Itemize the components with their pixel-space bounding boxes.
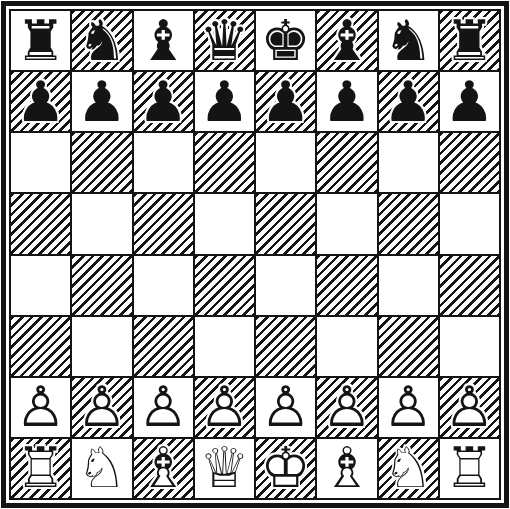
board-outer-frame: ♜♞♝♛♚♝♞♜♟♟♟♟♟♟♟♟♟♙♟♙♟♙♟♙♟♙♟♙♟♙♟♙♜♖♞♘♝♗♛♕… (1, 1, 509, 508)
square-a3[interactable] (11, 317, 70, 376)
square-b2[interactable]: ♟♙ (72, 378, 131, 437)
square-f8[interactable]: ♝ (317, 11, 376, 70)
piece-black-bishop[interactable]: ♝ (322, 13, 372, 69)
piece-solid-layer: ♟ (138, 74, 188, 130)
piece-black-knight[interactable]: ♞ (383, 13, 433, 69)
piece-solid-layer: ♟ (322, 74, 372, 130)
square-e2[interactable]: ♟♙ (256, 378, 315, 437)
piece-white-pawn[interactable]: ♟♙ (383, 379, 433, 435)
square-f6[interactable] (317, 133, 376, 192)
piece-white-pawn[interactable]: ♟♙ (322, 379, 372, 435)
square-g4[interactable] (379, 256, 438, 315)
piece-black-king[interactable]: ♚ (261, 13, 311, 69)
piece-solid-layer: ♟ (383, 74, 433, 130)
piece-black-pawn[interactable]: ♟ (261, 74, 311, 130)
square-a6[interactable] (11, 133, 70, 192)
piece-white-pawn[interactable]: ♟♙ (16, 379, 66, 435)
piece-white-king[interactable]: ♚♔ (261, 440, 311, 496)
square-c3[interactable] (134, 317, 193, 376)
piece-outline-layer: ♙ (444, 379, 494, 435)
piece-solid-layer: ♞ (77, 13, 127, 69)
square-a2[interactable]: ♟♙ (11, 378, 70, 437)
square-d8[interactable]: ♛ (195, 11, 254, 70)
piece-solid-layer: ♟ (77, 74, 127, 130)
square-h7[interactable]: ♟ (440, 72, 499, 131)
square-d4[interactable] (195, 256, 254, 315)
piece-white-pawn[interactable]: ♟♙ (199, 379, 249, 435)
piece-outline-layer: ♙ (261, 379, 311, 435)
square-a1[interactable]: ♜♖ (11, 439, 70, 498)
square-c7[interactable]: ♟ (134, 72, 193, 131)
square-f7[interactable]: ♟ (317, 72, 376, 131)
square-h6[interactable] (440, 133, 499, 192)
square-b8[interactable]: ♞ (72, 11, 131, 70)
piece-outline-layer: ♔ (261, 440, 311, 496)
piece-outline-layer: ♙ (322, 379, 372, 435)
square-d7[interactable]: ♟ (195, 72, 254, 131)
piece-white-pawn[interactable]: ♟♙ (261, 379, 311, 435)
square-g3[interactable] (379, 317, 438, 376)
piece-solid-layer: ♜ (16, 13, 66, 69)
piece-black-pawn[interactable]: ♟ (322, 74, 372, 130)
square-d6[interactable] (195, 133, 254, 192)
piece-white-queen[interactable]: ♛♕ (199, 440, 249, 496)
square-c2[interactable]: ♟♙ (134, 378, 193, 437)
piece-outline-layer: ♙ (138, 379, 188, 435)
piece-solid-layer: ♟ (444, 74, 494, 130)
square-c8[interactable]: ♝ (134, 11, 193, 70)
piece-outline-layer: ♗ (138, 440, 188, 496)
piece-black-knight[interactable]: ♞ (77, 13, 127, 69)
piece-solid-layer: ♚ (261, 13, 311, 69)
piece-outline-layer: ♗ (322, 440, 372, 496)
square-c5[interactable] (134, 194, 193, 253)
square-f3[interactable] (317, 317, 376, 376)
piece-solid-layer: ♝ (322, 13, 372, 69)
piece-black-rook[interactable]: ♜ (16, 13, 66, 69)
piece-solid-layer: ♛ (199, 13, 249, 69)
square-g6[interactable] (379, 133, 438, 192)
piece-outline-layer: ♙ (16, 379, 66, 435)
square-a7[interactable]: ♟ (11, 72, 70, 131)
piece-solid-layer: ♝ (138, 13, 188, 69)
square-e3[interactable] (256, 317, 315, 376)
piece-black-pawn[interactable]: ♟ (383, 74, 433, 130)
piece-black-pawn[interactable]: ♟ (199, 74, 249, 130)
piece-white-bishop[interactable]: ♝♗ (322, 440, 372, 496)
square-h8[interactable]: ♜ (440, 11, 499, 70)
piece-black-pawn[interactable]: ♟ (16, 74, 66, 130)
square-b6[interactable] (72, 133, 131, 192)
chess-board[interactable]: ♜♞♝♛♚♝♞♜♟♟♟♟♟♟♟♟♟♙♟♙♟♙♟♙♟♙♟♙♟♙♟♙♜♖♞♘♝♗♛♕… (11, 11, 499, 498)
piece-outline-layer: ♖ (444, 440, 494, 496)
square-b1[interactable]: ♞♘ (72, 439, 131, 498)
square-h1[interactable]: ♜♖ (440, 439, 499, 498)
square-b7[interactable]: ♟ (72, 72, 131, 131)
square-g1[interactable]: ♞♘ (379, 439, 438, 498)
square-b5[interactable] (72, 194, 131, 253)
square-h3[interactable] (440, 317, 499, 376)
square-e5[interactable] (256, 194, 315, 253)
square-c4[interactable] (134, 256, 193, 315)
piece-black-rook[interactable]: ♜ (444, 13, 494, 69)
square-c6[interactable] (134, 133, 193, 192)
square-f2[interactable]: ♟♙ (317, 378, 376, 437)
board-inner-frame: ♜♞♝♛♚♝♞♜♟♟♟♟♟♟♟♟♟♙♟♙♟♙♟♙♟♙♟♙♟♙♟♙♜♖♞♘♝♗♛♕… (9, 9, 501, 500)
piece-black-bishop[interactable]: ♝ (138, 13, 188, 69)
piece-black-pawn[interactable]: ♟ (138, 74, 188, 130)
piece-outline-layer: ♕ (199, 440, 249, 496)
piece-outline-layer: ♙ (77, 379, 127, 435)
square-f4[interactable] (317, 256, 376, 315)
square-b4[interactable] (72, 256, 131, 315)
piece-solid-layer: ♟ (261, 74, 311, 130)
square-d5[interactable] (195, 194, 254, 253)
piece-solid-layer: ♜ (444, 13, 494, 69)
piece-white-rook[interactable]: ♜♖ (444, 440, 494, 496)
square-c1[interactable]: ♝♗ (134, 439, 193, 498)
chess-diagram: ♜♞♝♛♚♝♞♜♟♟♟♟♟♟♟♟♟♙♟♙♟♙♟♙♟♙♟♙♟♙♟♙♜♖♞♘♝♗♛♕… (0, 0, 510, 509)
square-a4[interactable] (11, 256, 70, 315)
square-d2[interactable]: ♟♙ (195, 378, 254, 437)
square-e7[interactable]: ♟ (256, 72, 315, 131)
square-a8[interactable]: ♜ (11, 11, 70, 70)
square-h4[interactable] (440, 256, 499, 315)
piece-outline-layer: ♖ (16, 440, 66, 496)
square-f1[interactable]: ♝♗ (317, 439, 376, 498)
piece-white-bishop[interactable]: ♝♗ (138, 440, 188, 496)
piece-outline-layer: ♘ (383, 440, 433, 496)
piece-white-knight[interactable]: ♞♘ (383, 440, 433, 496)
square-e6[interactable] (256, 133, 315, 192)
piece-white-knight[interactable]: ♞♘ (77, 440, 127, 496)
piece-black-pawn[interactable]: ♟ (77, 74, 127, 130)
square-g2[interactable]: ♟♙ (379, 378, 438, 437)
square-e1[interactable]: ♚♔ (256, 439, 315, 498)
square-g8[interactable]: ♞ (379, 11, 438, 70)
piece-black-queen[interactable]: ♛ (199, 13, 249, 69)
piece-solid-layer: ♟ (16, 74, 66, 130)
piece-black-pawn[interactable]: ♟ (444, 74, 494, 130)
square-b3[interactable] (72, 317, 131, 376)
piece-outline-layer: ♙ (383, 379, 433, 435)
piece-outline-layer: ♘ (77, 440, 127, 496)
square-a5[interactable] (11, 194, 70, 253)
square-h5[interactable] (440, 194, 499, 253)
piece-outline-layer: ♙ (199, 379, 249, 435)
square-e4[interactable] (256, 256, 315, 315)
piece-white-pawn[interactable]: ♟♙ (138, 379, 188, 435)
piece-white-pawn[interactable]: ♟♙ (444, 379, 494, 435)
square-g7[interactable]: ♟ (379, 72, 438, 131)
square-g5[interactable] (379, 194, 438, 253)
piece-white-pawn[interactable]: ♟♙ (77, 379, 127, 435)
piece-solid-layer: ♟ (199, 74, 249, 130)
piece-solid-layer: ♞ (383, 13, 433, 69)
square-e8[interactable]: ♚ (256, 11, 315, 70)
square-d3[interactable] (195, 317, 254, 376)
square-d1[interactable]: ♛♕ (195, 439, 254, 498)
piece-white-rook[interactable]: ♜♖ (16, 440, 66, 496)
square-f5[interactable] (317, 194, 376, 253)
square-h2[interactable]: ♟♙ (440, 378, 499, 437)
